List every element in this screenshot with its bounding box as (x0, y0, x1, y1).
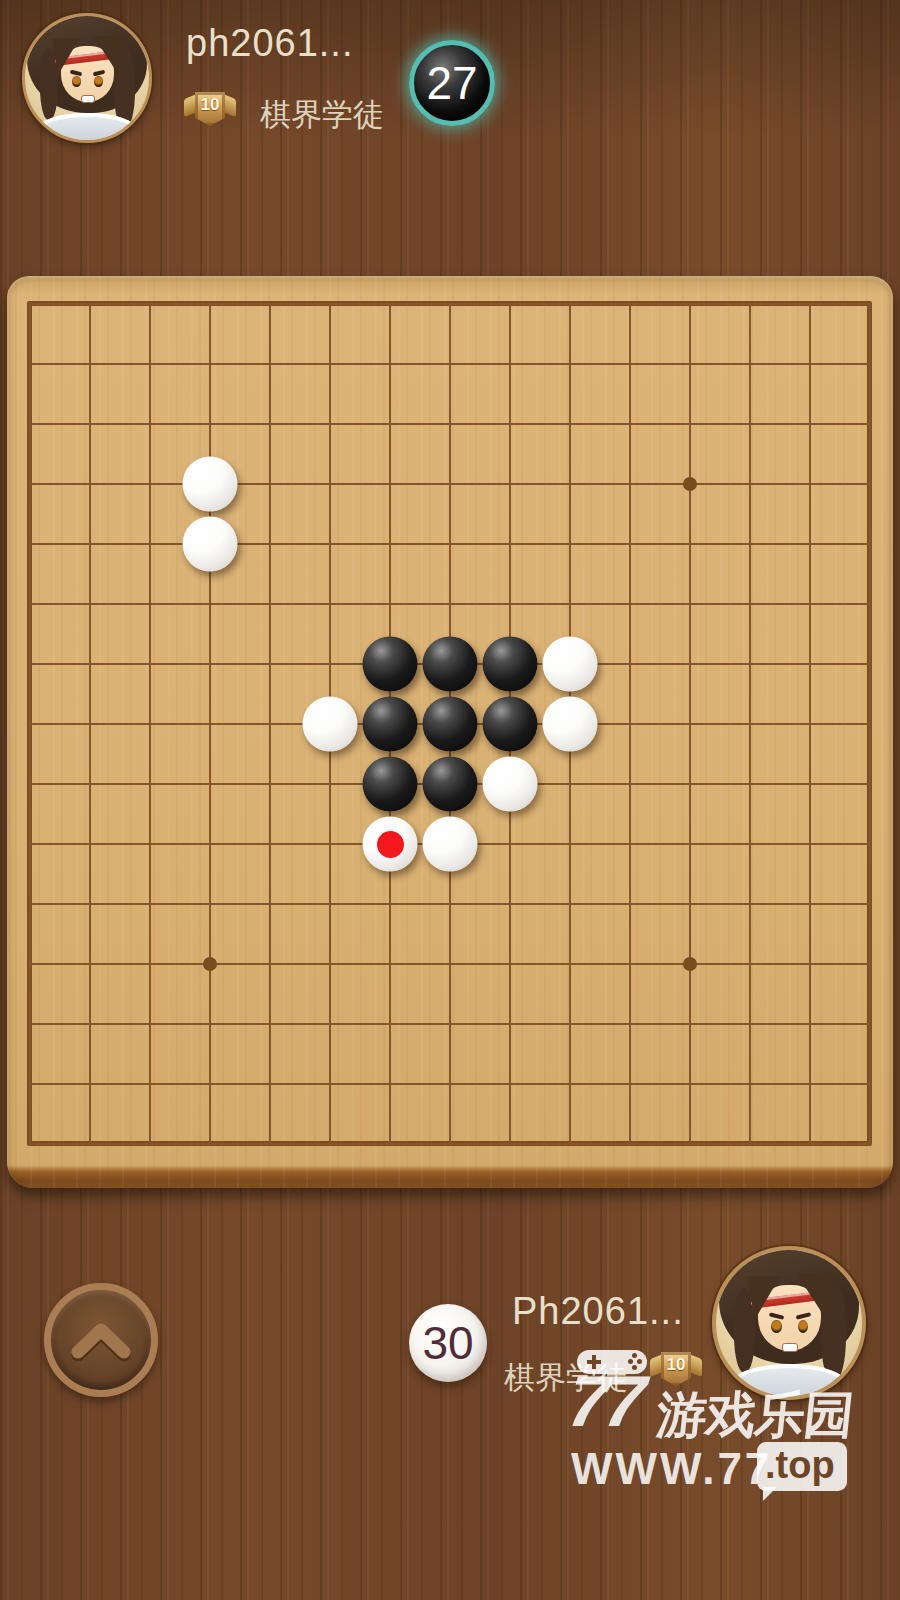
white-stone (483, 757, 538, 812)
avatar-art (94, 76, 103, 87)
black-stone (423, 637, 478, 692)
black-stone (423, 757, 478, 812)
star-point (203, 957, 217, 971)
star-point (683, 957, 697, 971)
black-timer-value: 27 (426, 56, 477, 110)
black-stone (363, 757, 418, 812)
white-stone (543, 697, 598, 752)
watermark-url: WWW.77 (571, 1444, 772, 1494)
top-player-name: ph2061... (186, 22, 353, 65)
board-overlay (7, 276, 893, 1172)
rank-badge-icon: 10 (184, 90, 236, 132)
black-timer-stone: 27 (409, 40, 495, 126)
black-stone (363, 697, 418, 752)
white-stone (183, 457, 238, 512)
avatar-art-robe (37, 113, 136, 143)
avatar-art (81, 95, 95, 103)
avatar-art (771, 1320, 781, 1333)
black-stone (363, 637, 418, 692)
badge-level: 10 (661, 1355, 691, 1375)
black-stone (483, 697, 538, 752)
avatar-art (72, 76, 81, 87)
avatar[interactable] (712, 1246, 866, 1400)
watermark-brand-suffix: 游戏乐园 (653, 1382, 856, 1449)
avatar[interactable] (22, 13, 152, 143)
bottom-player-name: Ph2061... (512, 1290, 684, 1333)
goban-board[interactable] (7, 276, 893, 1188)
star-point (683, 477, 697, 491)
black-stone (483, 637, 538, 692)
last-move-marker (377, 831, 404, 858)
watermark-brand: 77 (565, 1360, 646, 1442)
white-stone (363, 817, 418, 872)
game-screen: ph2061... 10 棋界学徒 27 30 Ph2061... 棋界学徒 1… (0, 0, 900, 1600)
avatar-art (798, 1320, 808, 1333)
top-player-rank: 棋界学徒 (260, 94, 384, 136)
watermark-tld-box: .top (757, 1442, 847, 1491)
white-timer-stone: 30 (409, 1304, 487, 1382)
white-stone (543, 637, 598, 692)
badge-level: 10 (195, 95, 225, 115)
chevron-up-icon (70, 1319, 132, 1361)
avatar-art (782, 1343, 799, 1352)
collapse-button[interactable] (44, 1283, 158, 1397)
black-stone (423, 697, 478, 752)
white-stone (183, 517, 238, 572)
white-stone (303, 697, 358, 752)
white-timer-value: 30 (422, 1316, 473, 1370)
white-stone (423, 817, 478, 872)
